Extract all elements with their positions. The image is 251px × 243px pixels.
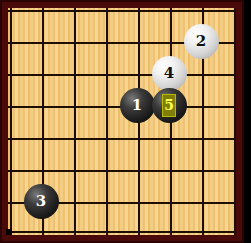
intersection-r5c7[interactable] <box>187 123 219 155</box>
intersection-r2c8[interactable] <box>219 27 251 59</box>
intersection-r7c6[interactable] <box>155 187 187 219</box>
intersection-r7c7[interactable] <box>187 187 219 219</box>
intersection-r8c8[interactable] <box>219 219 251 243</box>
intersection-r5c1[interactable] <box>0 123 27 155</box>
intersection-r1c6[interactable] <box>155 0 187 27</box>
intersection-r8c7[interactable] <box>187 219 219 243</box>
intersection-r1c3[interactable] <box>59 0 91 27</box>
intersection-r8c5[interactable] <box>123 219 155 243</box>
intersection-r3c8[interactable] <box>219 59 251 91</box>
move-number: 4 <box>164 66 174 81</box>
intersection-r6c6[interactable] <box>155 155 187 187</box>
corner-square-marker <box>6 229 12 235</box>
intersection-r4c4[interactable] <box>91 91 123 123</box>
intersection-r4c1[interactable] <box>0 91 27 123</box>
board-grid: 24153 <box>0 0 251 243</box>
intersection-r1c1[interactable] <box>0 0 27 27</box>
intersection-r1c5[interactable] <box>123 0 155 27</box>
intersection-r7c2[interactable]: 3 <box>27 187 59 219</box>
intersection-r4c5[interactable]: 1 <box>123 91 155 123</box>
intersection-r6c5[interactable] <box>123 155 155 187</box>
intersection-r7c4[interactable] <box>91 187 123 219</box>
move-number: 2 <box>196 34 206 49</box>
intersection-r5c5[interactable] <box>123 123 155 155</box>
intersection-r6c1[interactable] <box>0 155 27 187</box>
intersection-r8c1[interactable] <box>0 219 27 243</box>
intersection-r2c7[interactable]: 2 <box>187 27 219 59</box>
intersection-r6c7[interactable] <box>187 155 219 187</box>
stone-white-2: 2 <box>184 24 219 59</box>
intersection-r1c4[interactable] <box>91 0 123 27</box>
intersection-r8c2[interactable] <box>27 219 59 243</box>
intersection-r1c2[interactable] <box>27 0 59 27</box>
stone-black-3: 3 <box>24 184 59 219</box>
intersection-r6c3[interactable] <box>59 155 91 187</box>
intersection-r3c3[interactable] <box>59 59 91 91</box>
intersection-r3c6[interactable]: 4 <box>155 59 187 91</box>
stone-black-5: 5 <box>152 88 187 123</box>
intersection-r5c4[interactable] <box>91 123 123 155</box>
intersection-r4c8[interactable] <box>219 91 251 123</box>
intersection-r2c2[interactable] <box>27 27 59 59</box>
intersection-r4c7[interactable] <box>187 91 219 123</box>
intersection-r7c5[interactable] <box>123 187 155 219</box>
intersection-r5c8[interactable] <box>219 123 251 155</box>
intersection-r3c5[interactable] <box>123 59 155 91</box>
intersection-r2c6[interactable] <box>155 27 187 59</box>
stone-white-4: 4 <box>152 56 187 91</box>
intersection-r3c2[interactable] <box>27 59 59 91</box>
intersection-r6c4[interactable] <box>91 155 123 187</box>
intersection-r5c6[interactable] <box>155 123 187 155</box>
intersection-r2c1[interactable] <box>0 27 27 59</box>
go-diagram-window: 24153 <box>0 0 244 243</box>
intersection-r3c4[interactable] <box>91 59 123 91</box>
intersection-r8c4[interactable] <box>91 219 123 243</box>
intersection-r1c8[interactable] <box>219 0 251 27</box>
intersection-r2c4[interactable] <box>91 27 123 59</box>
intersection-r8c6[interactable] <box>155 219 187 243</box>
intersection-r6c2[interactable] <box>27 155 59 187</box>
intersection-r3c7[interactable] <box>187 59 219 91</box>
board-surface[interactable]: 24153 <box>8 8 236 235</box>
intersection-r5c2[interactable] <box>27 123 59 155</box>
intersection-r5c3[interactable] <box>59 123 91 155</box>
move-number: 1 <box>132 98 142 113</box>
intersection-r4c2[interactable] <box>27 91 59 123</box>
intersection-r8c3[interactable] <box>59 219 91 243</box>
move-number: 3 <box>36 194 46 209</box>
intersection-r4c6[interactable]: 5 <box>155 91 187 123</box>
intersection-r7c8[interactable] <box>219 187 251 219</box>
intersection-r3c1[interactable] <box>0 59 27 91</box>
intersection-r6c8[interactable] <box>219 155 251 187</box>
stone-black-1: 1 <box>120 88 155 123</box>
intersection-r7c3[interactable] <box>59 187 91 219</box>
intersection-r2c5[interactable] <box>123 27 155 59</box>
intersection-r4c3[interactable] <box>59 91 91 123</box>
intersection-r2c3[interactable] <box>59 27 91 59</box>
move-number-highlighted: 5 <box>162 94 176 117</box>
